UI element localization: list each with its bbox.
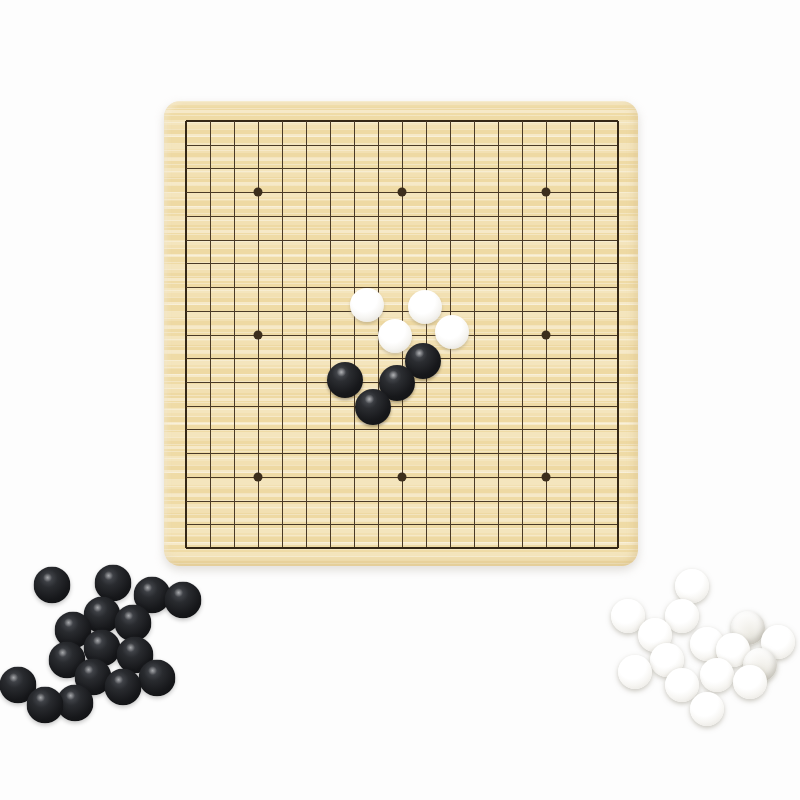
- grid-line-vertical: [426, 121, 427, 548]
- black-stone[interactable]: [165, 582, 202, 619]
- grid-line-vertical: [570, 121, 571, 548]
- board-grid[interactable]: [186, 121, 618, 548]
- white-stone[interactable]: [700, 658, 734, 692]
- grid-line-vertical: [474, 121, 475, 548]
- white-stone[interactable]: [378, 319, 412, 353]
- white-stone[interactable]: [350, 288, 384, 322]
- white-stone[interactable]: [733, 665, 767, 699]
- black-stone[interactable]: [355, 389, 391, 425]
- grid-line-vertical: [594, 121, 595, 548]
- star-point: [254, 188, 263, 197]
- black-stone[interactable]: [34, 567, 71, 604]
- star-point: [542, 472, 551, 481]
- go-board[interactable]: [164, 101, 638, 566]
- black-stone[interactable]: [27, 687, 64, 724]
- white-stone[interactable]: [435, 315, 469, 349]
- black-stone[interactable]: [327, 362, 363, 398]
- product-photo-scene: [0, 0, 800, 800]
- grid-line-horizontal: [186, 547, 618, 549]
- black-stone[interactable]: [105, 669, 142, 706]
- star-point: [254, 472, 263, 481]
- grid-line-horizontal: [186, 453, 618, 454]
- white-stone[interactable]: [618, 655, 652, 689]
- grid-line-horizontal: [186, 358, 618, 359]
- grid-line-vertical: [498, 121, 499, 548]
- grid-line-horizontal: [186, 406, 618, 407]
- star-point: [542, 188, 551, 197]
- star-point: [398, 188, 407, 197]
- white-stone[interactable]: [408, 290, 442, 324]
- grid-line-horizontal: [186, 429, 618, 430]
- white-stone[interactable]: [690, 692, 724, 726]
- grid-line-horizontal: [186, 501, 618, 502]
- star-point: [398, 472, 407, 481]
- star-point: [542, 330, 551, 339]
- grid-line-vertical: [617, 121, 619, 548]
- grid-line-horizontal: [186, 524, 618, 525]
- black-stone[interactable]: [139, 660, 176, 697]
- grid-line-vertical: [522, 121, 523, 548]
- star-point: [254, 330, 263, 339]
- white-stone[interactable]: [675, 569, 709, 603]
